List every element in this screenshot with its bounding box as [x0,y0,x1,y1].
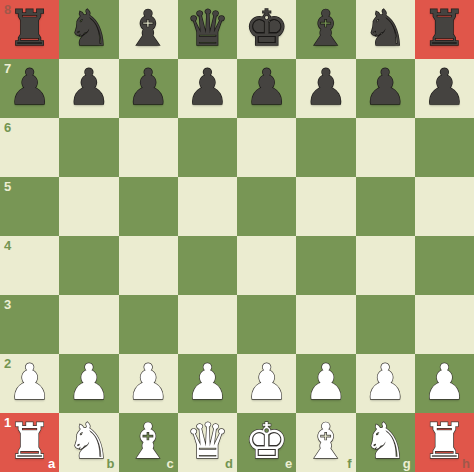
square-f6[interactable] [296,118,355,177]
square-d5[interactable] [178,177,237,236]
square-f5[interactable] [296,177,355,236]
square-h5[interactable] [415,177,474,236]
piece-black-pawn[interactable]: ♟ [245,63,289,112]
piece-black-pawn[interactable]: ♟ [185,63,229,112]
piece-black-knight[interactable]: ♞ [67,4,111,53]
square-e3[interactable] [237,295,296,354]
square-b3[interactable] [59,295,118,354]
square-c4[interactable] [119,236,178,295]
piece-white-queen[interactable]: ♛ [185,417,229,466]
square-e5[interactable] [237,177,296,236]
square-h6[interactable] [415,118,474,177]
piece-white-pawn[interactable]: ♟ [422,358,466,407]
square-h4[interactable] [415,236,474,295]
square-c8[interactable]: ♝ [119,0,178,59]
square-f4[interactable] [296,236,355,295]
square-g8[interactable]: ♞ [356,0,415,59]
square-h3[interactable] [415,295,474,354]
square-e4[interactable] [237,236,296,295]
piece-white-bishop[interactable]: ♝ [126,417,170,466]
square-b5[interactable] [59,177,118,236]
square-h7[interactable]: ♟ [415,59,474,118]
chess-board: 8♜♞♝♛♚♝♞♜7♟♟♟♟♟♟♟♟65432♟♟♟♟♟♟♟♟1a♜b♞c♝d♛… [0,0,474,472]
square-b7[interactable]: ♟ [59,59,118,118]
piece-white-pawn[interactable]: ♟ [185,358,229,407]
piece-white-pawn[interactable]: ♟ [126,358,170,407]
piece-white-bishop[interactable]: ♝ [304,417,348,466]
rank-label-6: 6 [4,121,11,134]
piece-black-rook[interactable]: ♜ [8,4,52,53]
piece-black-pawn[interactable]: ♟ [363,63,407,112]
square-f2[interactable]: ♟ [296,354,355,413]
square-c6[interactable] [119,118,178,177]
square-b6[interactable] [59,118,118,177]
piece-white-pawn[interactable]: ♟ [67,358,111,407]
square-b8[interactable]: ♞ [59,0,118,59]
square-c7[interactable]: ♟ [119,59,178,118]
piece-white-king[interactable]: ♚ [245,417,289,466]
piece-black-pawn[interactable]: ♟ [304,63,348,112]
square-g2[interactable]: ♟ [356,354,415,413]
square-f3[interactable] [296,295,355,354]
piece-black-bishop[interactable]: ♝ [304,4,348,53]
square-f8[interactable]: ♝ [296,0,355,59]
square-a6[interactable]: 6 [0,118,59,177]
square-c5[interactable] [119,177,178,236]
square-d1[interactable]: d♛ [178,413,237,472]
square-b2[interactable]: ♟ [59,354,118,413]
square-d6[interactable] [178,118,237,177]
rank-label-5: 5 [4,180,11,193]
piece-black-bishop[interactable]: ♝ [126,4,170,53]
rank-label-3: 3 [4,298,11,311]
square-g1[interactable]: g♞ [356,413,415,472]
square-f7[interactable]: ♟ [296,59,355,118]
piece-black-rook[interactable]: ♜ [422,4,466,53]
piece-black-pawn[interactable]: ♟ [67,63,111,112]
square-d2[interactable]: ♟ [178,354,237,413]
square-b4[interactable] [59,236,118,295]
square-e6[interactable] [237,118,296,177]
square-e8[interactable]: ♚ [237,0,296,59]
square-c3[interactable] [119,295,178,354]
square-d7[interactable]: ♟ [178,59,237,118]
rank-label-4: 4 [4,239,11,252]
square-a7[interactable]: 7♟ [0,59,59,118]
square-c2[interactable]: ♟ [119,354,178,413]
square-g6[interactable] [356,118,415,177]
square-g5[interactable] [356,177,415,236]
piece-black-pawn[interactable]: ♟ [422,63,466,112]
square-d4[interactable] [178,236,237,295]
piece-white-pawn[interactable]: ♟ [363,358,407,407]
square-a5[interactable]: 5 [0,177,59,236]
square-g7[interactable]: ♟ [356,59,415,118]
piece-white-knight[interactable]: ♞ [363,417,407,466]
piece-white-pawn[interactable]: ♟ [8,358,52,407]
square-h8[interactable]: ♜ [415,0,474,59]
piece-black-knight[interactable]: ♞ [363,4,407,53]
piece-black-king[interactable]: ♚ [245,4,289,53]
piece-white-rook[interactable]: ♜ [422,417,466,466]
square-e7[interactable]: ♟ [237,59,296,118]
square-e2[interactable]: ♟ [237,354,296,413]
square-a3[interactable]: 3 [0,295,59,354]
square-g4[interactable] [356,236,415,295]
piece-white-knight[interactable]: ♞ [67,417,111,466]
square-a2[interactable]: 2♟ [0,354,59,413]
piece-black-queen[interactable]: ♛ [185,4,229,53]
piece-white-pawn[interactable]: ♟ [245,358,289,407]
square-b1[interactable]: b♞ [59,413,118,472]
piece-black-pawn[interactable]: ♟ [126,63,170,112]
square-g3[interactable] [356,295,415,354]
square-a8[interactable]: 8♜ [0,0,59,59]
square-d3[interactable] [178,295,237,354]
piece-black-pawn[interactable]: ♟ [8,63,52,112]
piece-white-rook[interactable]: ♜ [8,417,52,466]
square-a4[interactable]: 4 [0,236,59,295]
square-d8[interactable]: ♛ [178,0,237,59]
square-c1[interactable]: c♝ [119,413,178,472]
square-a1[interactable]: 1a♜ [0,413,59,472]
square-e1[interactable]: e♚ [237,413,296,472]
piece-white-pawn[interactable]: ♟ [304,358,348,407]
square-h1[interactable]: h♜ [415,413,474,472]
square-f1[interactable]: f♝ [296,413,355,472]
square-h2[interactable]: ♟ [415,354,474,413]
